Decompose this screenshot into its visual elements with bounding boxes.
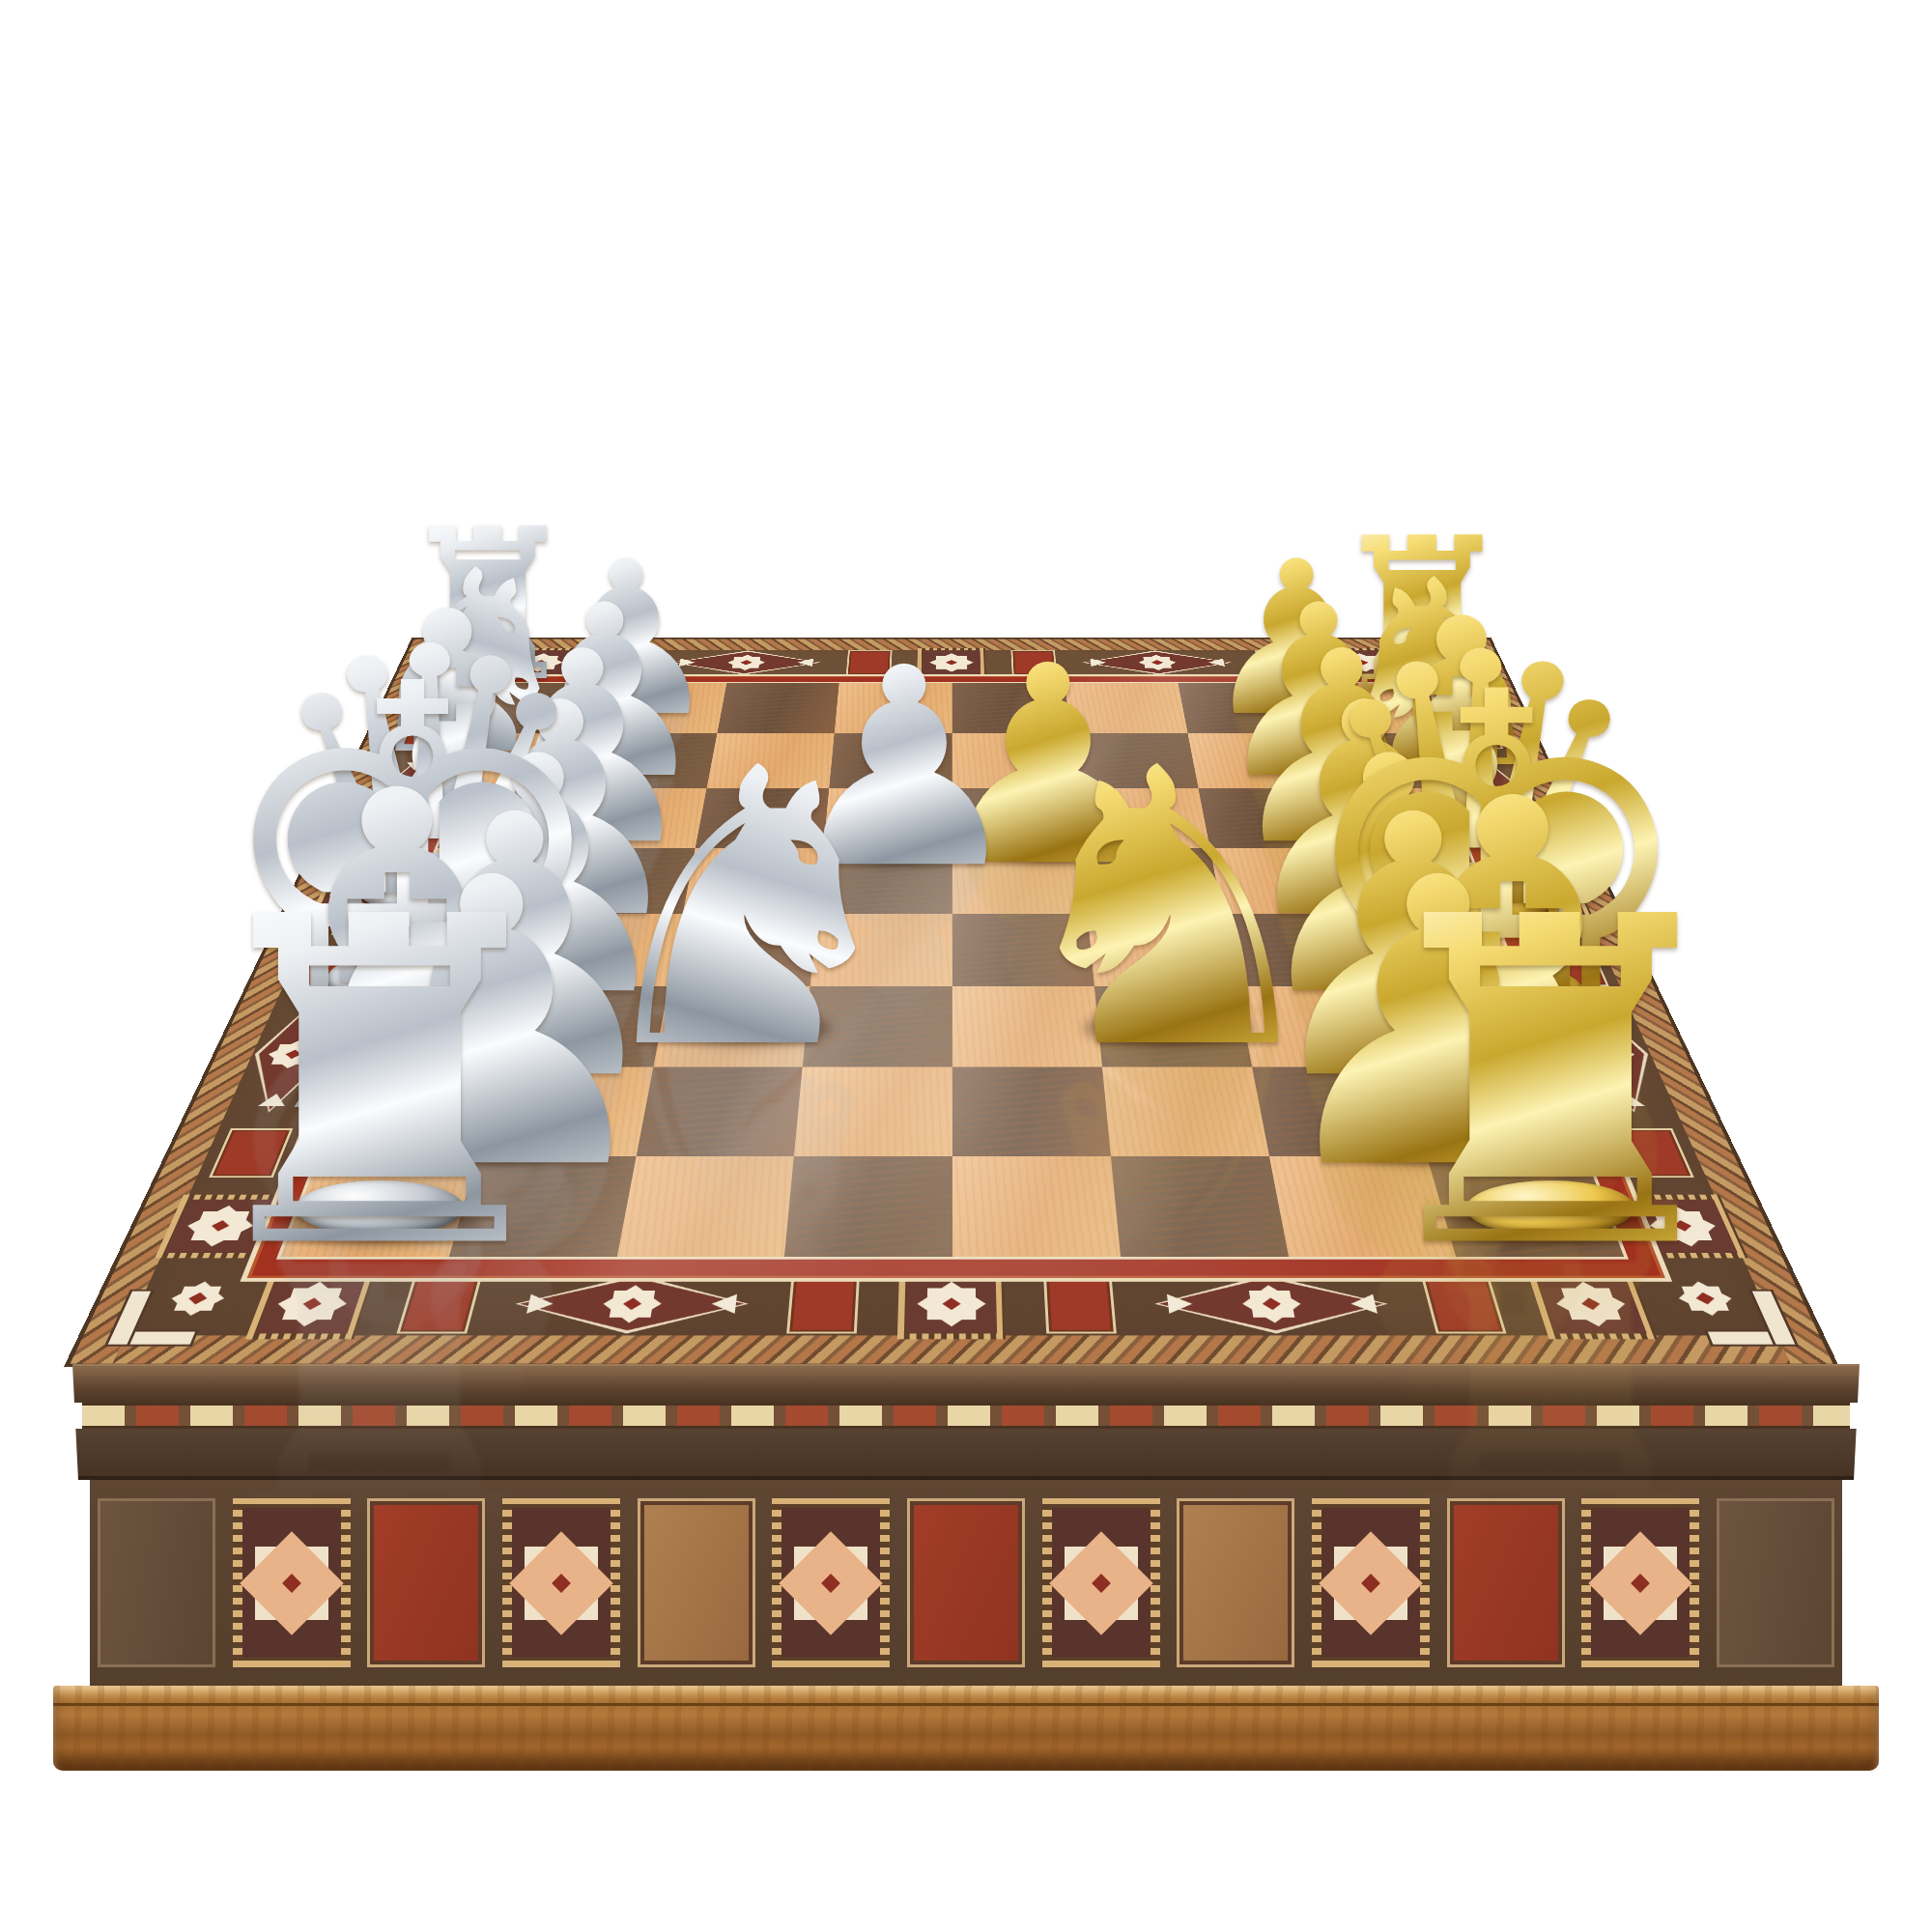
pieces-layer: ♜♜♞♞♝♝♛♛♚♚♝♝♜♜♟♟♟♟♟♟♟♟♟♟♟♟♟♟♟♟♞♞♜♜♞♞♝♝♛♛… — [0, 0, 1932, 1932]
chess-piece-gold-rook-h8[interactable]: ♜ — [1349, 860, 1752, 1310]
chess-piece-silver-rook-h1[interactable]: ♜ — [178, 860, 582, 1310]
chess-set-photo: ♜♜♞♞♝♝♛♛♚♚♝♝♜♜♟♟♟♟♟♟♟♟♟♟♟♟♟♟♟♟♞♞♜♜♞♞♝♝♛♛… — [0, 0, 1932, 1932]
